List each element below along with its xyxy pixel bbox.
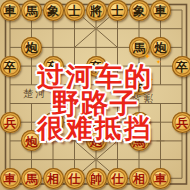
piece-character: 仕 [112, 173, 124, 185]
piece-black-馬[interactable]: 馬 [21, 0, 42, 21]
piece-character: 車 [155, 173, 167, 185]
piece-character: 相 [47, 173, 59, 185]
piece-black-士[interactable]: 士 [64, 0, 85, 21]
piece-red-相[interactable]: 相 [43, 168, 64, 189]
piece-red-馬[interactable]: 馬 [21, 168, 42, 189]
piece-red-車[interactable]: 車 [150, 168, 171, 189]
piece-character: 帥 [90, 173, 102, 185]
piece-character: 車 [155, 5, 167, 17]
piece-character: 炮 [26, 42, 38, 54]
piece-character: 車 [4, 5, 16, 17]
piece-character: 士 [112, 5, 124, 17]
piece-black-將[interactable]: 將 [86, 0, 107, 21]
piece-character: 炮 [155, 42, 167, 54]
piece-black-象[interactable]: 象 [43, 0, 64, 21]
piece-character: 象 [47, 5, 59, 17]
piece-character: 將 [90, 5, 102, 17]
piece-character: 馬 [26, 173, 38, 185]
piece-black-士[interactable]: 士 [107, 0, 128, 21]
piece-character: 馬 [26, 5, 38, 17]
piece-red-仕[interactable]: 仕 [107, 168, 128, 189]
piece-red-車[interactable]: 車 [0, 168, 21, 189]
xiangqi-board[interactable]: 楚河 漢界 車馬象士將士象車炮馬炮卒卒卒卒卒兵兵兵兵兵炮炮馬車馬相仕帥仕相車 ✦… [0, 0, 190, 190]
piece-black-車[interactable]: 車 [150, 0, 171, 21]
piece-black-象[interactable]: 象 [129, 0, 150, 21]
overlay-title-line-3: 很难抵挡 [0, 111, 190, 146]
piece-black-車[interactable]: 車 [0, 0, 21, 21]
piece-red-帥[interactable]: 帥 [86, 168, 107, 189]
piece-character: 士 [69, 5, 81, 17]
piece-black-炮[interactable]: 炮 [150, 37, 171, 58]
piece-character: 車 [4, 173, 16, 185]
piece-black-炮[interactable]: 炮 [21, 37, 42, 58]
piece-character: 仕 [69, 173, 81, 185]
piece-red-仕[interactable]: 仕 [64, 168, 85, 189]
piece-character: 相 [133, 173, 145, 185]
piece-character: 象 [133, 5, 145, 17]
piece-red-相[interactable]: 相 [129, 168, 150, 189]
